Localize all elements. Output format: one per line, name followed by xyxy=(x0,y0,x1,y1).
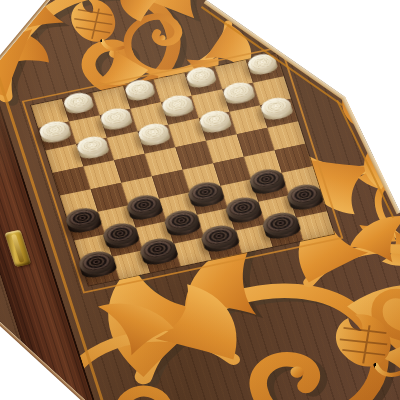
board-photo xyxy=(0,0,400,400)
brass-hinge xyxy=(4,230,31,267)
